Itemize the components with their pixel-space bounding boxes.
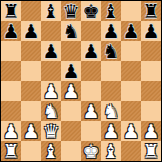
square-g3[interactable] bbox=[121, 101, 141, 121]
square-c4[interactable]: ♟ bbox=[41, 81, 61, 101]
square-g4[interactable] bbox=[121, 81, 141, 101]
square-g6[interactable] bbox=[121, 41, 141, 61]
white-bishop-c1[interactable]: ♝ bbox=[42, 141, 59, 161]
square-b5[interactable] bbox=[21, 61, 41, 81]
white-pawn-b2[interactable]: ♟ bbox=[22, 121, 39, 141]
square-e1[interactable]: ♚ bbox=[81, 141, 101, 161]
black-rook-a8[interactable]: ♜ bbox=[2, 1, 19, 21]
square-e4[interactable] bbox=[81, 81, 101, 101]
square-d7[interactable]: ♞ bbox=[61, 21, 81, 41]
square-a2[interactable]: ♟ bbox=[1, 121, 21, 141]
square-b8[interactable] bbox=[21, 1, 41, 21]
square-c8[interactable]: ♝ bbox=[41, 1, 61, 21]
square-g5[interactable] bbox=[121, 61, 141, 81]
square-h1[interactable]: ♜ bbox=[141, 141, 161, 161]
black-rook-h8[interactable]: ♜ bbox=[142, 1, 159, 21]
square-d4[interactable]: ♟ bbox=[61, 81, 81, 101]
white-knight-c3[interactable]: ♞ bbox=[42, 101, 59, 121]
square-e5[interactable] bbox=[81, 61, 101, 81]
square-d8[interactable]: ♛ bbox=[61, 1, 81, 21]
square-f7[interactable]: ♟ bbox=[101, 21, 121, 41]
black-knight-d7[interactable]: ♞ bbox=[62, 21, 79, 41]
black-pawn-d5[interactable]: ♟ bbox=[62, 61, 79, 81]
white-pawn-a2[interactable]: ♟ bbox=[2, 121, 19, 141]
square-a5[interactable] bbox=[1, 61, 21, 81]
white-pawn-e3[interactable]: ♟ bbox=[82, 101, 99, 121]
square-c5[interactable] bbox=[41, 61, 61, 81]
square-h6[interactable] bbox=[141, 41, 161, 61]
square-d3[interactable] bbox=[61, 101, 81, 121]
square-e2[interactable] bbox=[81, 121, 101, 141]
square-f5[interactable] bbox=[101, 61, 121, 81]
white-rook-a1[interactable]: ♜ bbox=[2, 141, 19, 161]
black-queen-d8[interactable]: ♛ bbox=[62, 1, 79, 21]
square-d2[interactable] bbox=[61, 121, 81, 141]
square-g7[interactable]: ♟ bbox=[121, 21, 141, 41]
white-pawn-c4[interactable]: ♟ bbox=[42, 81, 59, 101]
white-pawn-d4[interactable]: ♟ bbox=[62, 81, 79, 101]
black-bishop-f8[interactable]: ♝ bbox=[102, 1, 119, 21]
white-pawn-g2[interactable]: ♟ bbox=[122, 121, 139, 141]
square-e3[interactable]: ♟ bbox=[81, 101, 101, 121]
square-e7[interactable] bbox=[81, 21, 101, 41]
black-pawn-c6[interactable]: ♟ bbox=[42, 41, 59, 61]
square-a8[interactable]: ♜ bbox=[1, 1, 21, 21]
black-pawn-g7[interactable]: ♟ bbox=[122, 21, 139, 41]
black-pawn-f7[interactable]: ♟ bbox=[102, 21, 119, 41]
square-b7[interactable]: ♟ bbox=[21, 21, 41, 41]
square-f3[interactable]: ♞ bbox=[101, 101, 121, 121]
black-pawn-b7[interactable]: ♟ bbox=[22, 21, 39, 41]
black-king-e8[interactable]: ♚ bbox=[82, 1, 99, 21]
square-f8[interactable]: ♝ bbox=[101, 1, 121, 21]
square-b1[interactable] bbox=[21, 141, 41, 161]
white-pawn-f2[interactable]: ♟ bbox=[102, 121, 119, 141]
square-d5[interactable]: ♟ bbox=[61, 61, 81, 81]
square-c2[interactable]: ♛ bbox=[41, 121, 61, 141]
square-c1[interactable]: ♝ bbox=[41, 141, 61, 161]
white-rook-h1[interactable]: ♜ bbox=[142, 141, 159, 161]
black-pawn-e6[interactable]: ♟ bbox=[82, 41, 99, 61]
square-a4[interactable] bbox=[1, 81, 21, 101]
black-bishop-c8[interactable]: ♝ bbox=[42, 1, 59, 21]
white-queen-c2[interactable]: ♛ bbox=[42, 121, 59, 141]
square-f6[interactable]: ♞ bbox=[101, 41, 121, 61]
square-h2[interactable]: ♟ bbox=[141, 121, 161, 141]
square-d1[interactable] bbox=[61, 141, 81, 161]
chess-board: ♜♝♛♚♝♜♟♟♞♟♟♟♟♟♞♟♟♟♞♟♞♟♟♛♟♟♟♜♝♚♝♜ bbox=[0, 0, 162, 162]
white-knight-f3[interactable]: ♞ bbox=[102, 101, 119, 121]
white-bishop-f1[interactable]: ♝ bbox=[102, 141, 119, 161]
square-a3[interactable] bbox=[1, 101, 21, 121]
square-g8[interactable] bbox=[121, 1, 141, 21]
square-c7[interactable] bbox=[41, 21, 61, 41]
square-f4[interactable] bbox=[101, 81, 121, 101]
square-h4[interactable] bbox=[141, 81, 161, 101]
square-a1[interactable]: ♜ bbox=[1, 141, 21, 161]
square-b4[interactable] bbox=[21, 81, 41, 101]
white-king-e1[interactable]: ♚ bbox=[82, 141, 99, 161]
square-h3[interactable] bbox=[141, 101, 161, 121]
black-pawn-h7[interactable]: ♟ bbox=[142, 21, 159, 41]
white-pawn-h2[interactable]: ♟ bbox=[142, 121, 159, 141]
square-e6[interactable]: ♟ bbox=[81, 41, 101, 61]
square-g2[interactable]: ♟ bbox=[121, 121, 141, 141]
square-f2[interactable]: ♟ bbox=[101, 121, 121, 141]
black-pawn-a7[interactable]: ♟ bbox=[2, 21, 19, 41]
square-f1[interactable]: ♝ bbox=[101, 141, 121, 161]
square-h8[interactable]: ♜ bbox=[141, 1, 161, 21]
square-d6[interactable] bbox=[61, 41, 81, 61]
square-c3[interactable]: ♞ bbox=[41, 101, 61, 121]
square-g1[interactable] bbox=[121, 141, 141, 161]
square-b2[interactable]: ♟ bbox=[21, 121, 41, 141]
square-h7[interactable]: ♟ bbox=[141, 21, 161, 41]
square-e8[interactable]: ♚ bbox=[81, 1, 101, 21]
square-a7[interactable]: ♟ bbox=[1, 21, 21, 41]
square-h5[interactable] bbox=[141, 61, 161, 81]
square-b3[interactable] bbox=[21, 101, 41, 121]
square-a6[interactable] bbox=[1, 41, 21, 61]
square-b6[interactable] bbox=[21, 41, 41, 61]
black-knight-f6[interactable]: ♞ bbox=[102, 41, 119, 61]
square-c6[interactable]: ♟ bbox=[41, 41, 61, 61]
